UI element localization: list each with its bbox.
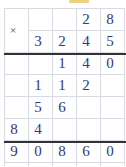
digit-cell: 1 [53,75,77,97]
highlight-mark [69,0,89,3]
digit-cell: 9 [5,141,29,163]
empty-cell [101,75,125,97]
partial-products-rule-line [4,53,126,55]
empty-cell [5,97,29,119]
digit-cell: 8 [101,9,125,31]
empty-cell [77,119,101,141]
gridline-stubs [4,163,126,166]
digit-cell: 4 [29,119,53,141]
empty-cell [101,97,125,119]
empty-cell [5,53,29,75]
empty-cell [29,9,53,31]
empty-cell [53,119,77,141]
digit-cell: 1 [53,53,77,75]
digit-cell: 6 [77,141,101,163]
empty-cell [101,119,125,141]
digit-cell: 5 [29,97,53,119]
digit-cell: 2 [53,31,77,53]
empty-cell [53,9,77,31]
digit-cell: 3 [29,31,53,53]
digit-cell: 0 [29,141,53,163]
empty-cell [29,53,53,75]
digit-cell: 6 [53,97,77,119]
digit-cell: 2 [77,9,101,31]
digit-cell: 8 [53,141,77,163]
digit-cell: 4 [77,53,101,75]
answer-rule-line [4,141,126,143]
digit-cell: 0 [101,141,125,163]
multiply-sign-cell: × [5,9,29,53]
multiplication-grid: ×283245140112568490860 [4,8,125,163]
empty-cell [77,97,101,119]
digit-cell: 0 [101,53,125,75]
digit-cell: 2 [77,75,101,97]
digit-cell: 1 [29,75,53,97]
digit-cell: 5 [101,31,125,53]
digit-cell: 4 [77,31,101,53]
empty-cell [5,75,29,97]
digit-cell: 8 [5,119,29,141]
